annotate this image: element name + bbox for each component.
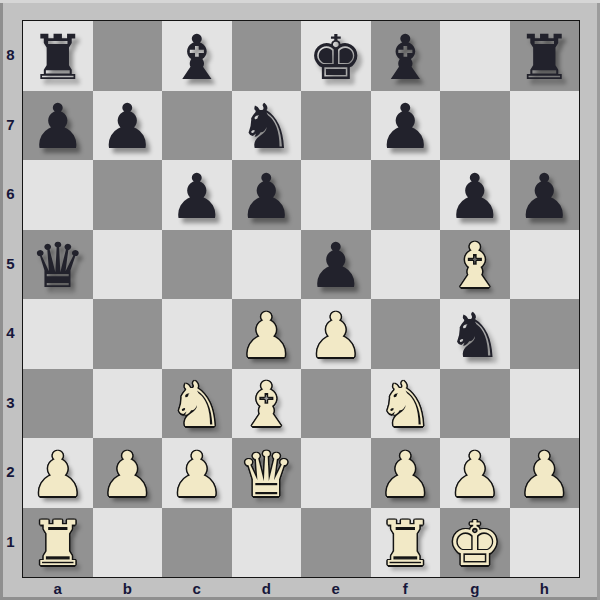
square-f5[interactable] (371, 230, 441, 300)
file-label-b: b (93, 578, 163, 598)
square-f8[interactable]: ♝ (371, 21, 441, 91)
square-d3[interactable]: ♝ (232, 369, 302, 439)
square-g8[interactable] (440, 21, 510, 91)
square-a8[interactable]: ♜ (23, 21, 93, 91)
square-h1[interactable] (510, 508, 580, 578)
square-e8[interactable]: ♚ (301, 21, 371, 91)
file-label-g: g (440, 578, 510, 598)
square-c6[interactable]: ♟ (162, 160, 232, 230)
square-d5[interactable] (232, 230, 302, 300)
square-g1[interactable]: ♚ (440, 508, 510, 578)
rank-label-3: 3 (0, 368, 21, 438)
rank-label-4: 4 (0, 298, 21, 368)
square-c3[interactable]: ♞ (162, 369, 232, 439)
file-label-h: h (510, 578, 580, 598)
square-b7[interactable]: ♟ (93, 91, 163, 161)
piece-white-pawn-h2[interactable]: ♟ (516, 444, 572, 506)
chess-board: ♜♝♚♝♜♟♟♞♟♟♟♟♟♛♟♝♟♟♞♞♝♞♟♟♟♛♟♟♟♜♜♚ (22, 20, 580, 578)
square-b1[interactable] (93, 508, 163, 578)
square-g7[interactable] (440, 91, 510, 161)
piece-white-pawn-f2[interactable]: ♟ (377, 444, 433, 506)
square-e4[interactable]: ♟ (301, 299, 371, 369)
rank-label-6: 6 (0, 159, 21, 229)
file-label-a: a (23, 578, 93, 598)
square-c4[interactable] (162, 299, 232, 369)
piece-white-rook-f1[interactable]: ♜ (377, 513, 433, 575)
piece-white-pawn-g2[interactable]: ♟ (447, 444, 503, 506)
square-d1[interactable] (232, 508, 302, 578)
square-b4[interactable] (93, 299, 163, 369)
piece-black-knight-g4[interactable]: ♞ (447, 305, 503, 367)
square-f3[interactable]: ♞ (371, 369, 441, 439)
file-label-c: c (162, 578, 232, 598)
square-h8[interactable]: ♜ (510, 21, 580, 91)
rank-label-8: 8 (0, 20, 21, 90)
piece-black-queen-a5[interactable]: ♛ (30, 235, 86, 297)
piece-black-bishop-f8[interactable]: ♝ (377, 27, 433, 89)
square-h4[interactable] (510, 299, 580, 369)
piece-black-knight-d7[interactable]: ♞ (238, 96, 294, 158)
square-g5[interactable]: ♝ (440, 230, 510, 300)
rank-label-7: 7 (0, 90, 21, 160)
piece-white-king-g1[interactable]: ♚ (447, 513, 503, 575)
square-h3[interactable] (510, 369, 580, 439)
piece-white-pawn-e4[interactable]: ♟ (308, 305, 364, 367)
square-g4[interactable]: ♞ (440, 299, 510, 369)
square-h5[interactable] (510, 230, 580, 300)
square-e5[interactable]: ♟ (301, 230, 371, 300)
square-a5[interactable]: ♛ (23, 230, 93, 300)
piece-white-rook-a1[interactable]: ♜ (30, 513, 86, 575)
square-d2[interactable]: ♛ (232, 438, 302, 508)
square-d7[interactable]: ♞ (232, 91, 302, 161)
rank-label-2: 2 (0, 437, 21, 507)
file-label-d: d (232, 578, 302, 598)
square-h6[interactable]: ♟ (510, 160, 580, 230)
piece-white-pawn-b2[interactable]: ♟ (99, 444, 155, 506)
square-c1[interactable] (162, 508, 232, 578)
file-label-f: f (371, 578, 441, 598)
square-h7[interactable] (510, 91, 580, 161)
chess-diagram: ♜♝♚♝♜♟♟♞♟♟♟♟♟♛♟♝♟♟♞♞♝♞♟♟♟♛♟♟♟♜♜♚ 8765432… (0, 0, 600, 600)
file-label-e: e (301, 578, 371, 598)
square-c5[interactable] (162, 230, 232, 300)
square-f7[interactable]: ♟ (371, 91, 441, 161)
piece-white-queen-d2[interactable]: ♛ (238, 444, 294, 506)
piece-black-pawn-c6[interactable]: ♟ (169, 166, 225, 228)
square-f2[interactable]: ♟ (371, 438, 441, 508)
square-f4[interactable] (371, 299, 441, 369)
piece-white-pawn-c2[interactable]: ♟ (169, 444, 225, 506)
piece-white-knight-c3[interactable]: ♞ (169, 374, 225, 436)
square-a2[interactable]: ♟ (23, 438, 93, 508)
square-h2[interactable]: ♟ (510, 438, 580, 508)
square-c2[interactable]: ♟ (162, 438, 232, 508)
square-d8[interactable] (232, 21, 302, 91)
piece-black-pawn-f7[interactable]: ♟ (377, 96, 433, 158)
square-e7[interactable] (301, 91, 371, 161)
square-b2[interactable]: ♟ (93, 438, 163, 508)
piece-black-rook-h8[interactable]: ♜ (516, 27, 572, 89)
square-b6[interactable] (93, 160, 163, 230)
piece-black-rook-a8[interactable]: ♜ (30, 27, 86, 89)
square-b5[interactable] (93, 230, 163, 300)
piece-white-pawn-d4[interactable]: ♟ (238, 305, 294, 367)
square-c8[interactable]: ♝ (162, 21, 232, 91)
square-f6[interactable] (371, 160, 441, 230)
piece-white-pawn-a2[interactable]: ♟ (30, 444, 86, 506)
piece-black-pawn-a7[interactable]: ♟ (30, 96, 86, 158)
square-c7[interactable] (162, 91, 232, 161)
square-a6[interactable] (23, 160, 93, 230)
square-f1[interactable]: ♜ (371, 508, 441, 578)
square-g2[interactable]: ♟ (440, 438, 510, 508)
piece-black-king-e8[interactable]: ♚ (308, 27, 364, 89)
square-a4[interactable] (23, 299, 93, 369)
square-d6[interactable]: ♟ (232, 160, 302, 230)
square-e2[interactable] (301, 438, 371, 508)
piece-black-bishop-c8[interactable]: ♝ (169, 27, 225, 89)
square-g6[interactable]: ♟ (440, 160, 510, 230)
square-d4[interactable]: ♟ (232, 299, 302, 369)
rank-label-5: 5 (0, 229, 21, 299)
piece-black-pawn-b7[interactable]: ♟ (99, 96, 155, 158)
square-e1[interactable] (301, 508, 371, 578)
piece-white-bishop-g5[interactable]: ♝ (447, 235, 503, 297)
square-a3[interactable] (23, 369, 93, 439)
square-a7[interactable]: ♟ (23, 91, 93, 161)
square-a1[interactable]: ♜ (23, 508, 93, 578)
piece-black-pawn-e5[interactable]: ♟ (308, 235, 364, 297)
piece-white-bishop-d3[interactable]: ♝ (238, 374, 294, 436)
piece-black-pawn-h6[interactable]: ♟ (516, 166, 572, 228)
rank-label-1: 1 (0, 507, 21, 577)
square-b3[interactable] (93, 369, 163, 439)
piece-white-knight-f3[interactable]: ♞ (377, 374, 433, 436)
square-e6[interactable] (301, 160, 371, 230)
piece-black-pawn-d6[interactable]: ♟ (238, 166, 294, 228)
square-e3[interactable] (301, 369, 371, 439)
square-b8[interactable] (93, 21, 163, 91)
square-g3[interactable] (440, 369, 510, 439)
piece-black-pawn-g6[interactable]: ♟ (447, 166, 503, 228)
